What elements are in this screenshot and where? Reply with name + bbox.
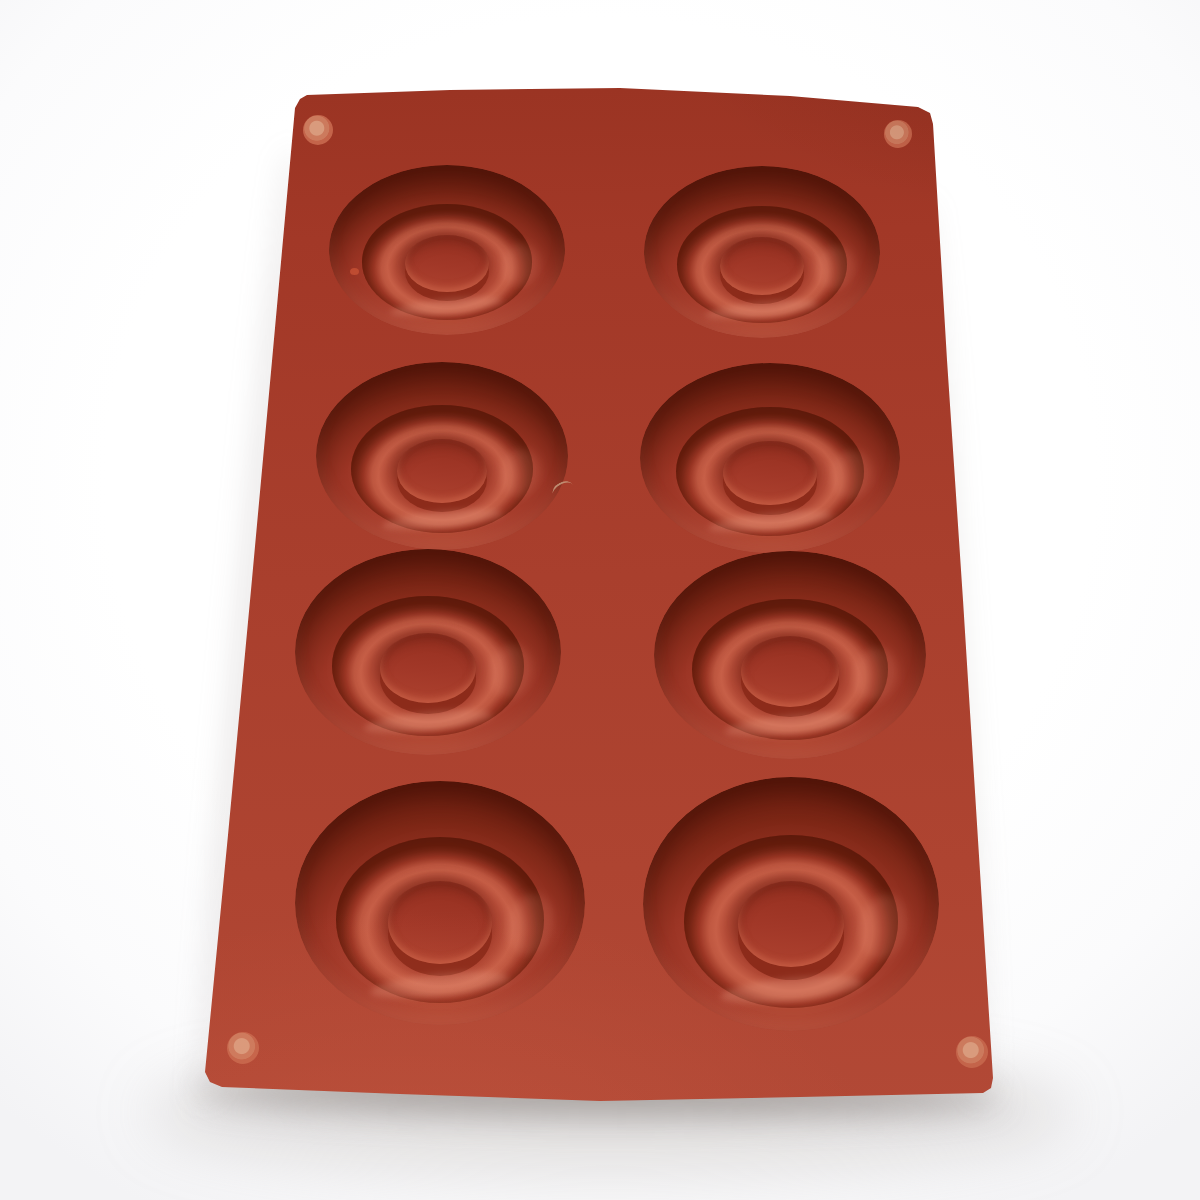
corner-hole-top-left bbox=[303, 115, 333, 145]
post-top-face bbox=[723, 441, 817, 506]
photo-background bbox=[0, 0, 1200, 1200]
post-top-face bbox=[388, 881, 492, 964]
donut-cavity-r3c1 bbox=[295, 549, 561, 755]
donut-cavity-r2c2 bbox=[640, 363, 900, 553]
mold-top-edge bbox=[0, 0, 642, 21]
corner-hole-bottom-right bbox=[956, 1036, 988, 1068]
post-top-face bbox=[397, 439, 488, 503]
silicone-donut-mold bbox=[0, 0, 1200, 1200]
mold-right-edge bbox=[0, 996, 41, 1200]
donut-cavity-r3c2 bbox=[654, 551, 926, 759]
donut-cavity-r4c2 bbox=[643, 777, 939, 1031]
post-top-face bbox=[380, 633, 476, 703]
corner-hole-top-right bbox=[884, 120, 912, 148]
post-top-face bbox=[741, 636, 839, 707]
mold-left-edge bbox=[0, 17, 53, 994]
surface-speck bbox=[350, 268, 359, 275]
donut-cavity-r1c1 bbox=[329, 165, 565, 335]
post-top-face bbox=[720, 237, 805, 295]
corner-hole-bottom-left bbox=[227, 1032, 259, 1064]
donut-cavity-r2c1 bbox=[316, 362, 568, 550]
donut-cavity-r1c2 bbox=[644, 166, 880, 338]
donut-cavity-r4c1 bbox=[295, 781, 585, 1025]
post-top-face bbox=[738, 881, 845, 967]
